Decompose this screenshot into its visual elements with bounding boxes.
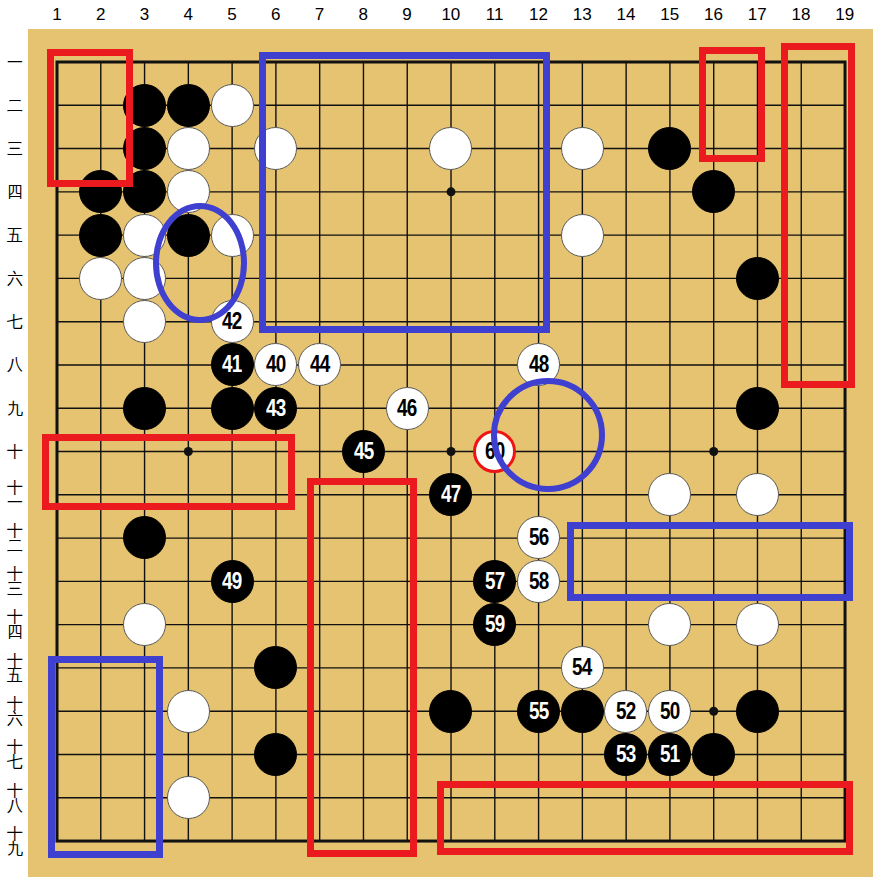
row-label-char: 十 — [7, 696, 23, 711]
column-label: 15 — [648, 0, 692, 28]
stone-move-number: 40 — [266, 351, 285, 378]
row-label-char: 十 — [7, 523, 23, 538]
stone-white[interactable] — [167, 127, 210, 170]
row-label-char: 十 — [7, 566, 23, 581]
row-label-char: 十 — [7, 480, 23, 495]
row-label-char: 七 — [7, 314, 23, 329]
row-label-char: 九 — [7, 841, 23, 856]
row-label: 四 — [0, 170, 30, 213]
stone-black[interactable] — [692, 733, 735, 776]
stone-white[interactable] — [648, 473, 691, 516]
stone-black[interactable] — [123, 516, 166, 559]
stone-white-56[interactable]: 56 — [517, 516, 560, 559]
stone-black-57[interactable]: 57 — [473, 560, 516, 603]
column-label: 3 — [123, 0, 167, 28]
row-label: 五 — [0, 213, 30, 256]
stone-black[interactable] — [736, 690, 779, 733]
column-label: 18 — [779, 0, 823, 28]
stone-black[interactable] — [254, 733, 297, 776]
stone-black[interactable] — [736, 257, 779, 300]
stone-black-53[interactable]: 53 — [604, 733, 647, 776]
stone-move-number: 42 — [222, 308, 241, 335]
row-label: 十九 — [0, 819, 30, 862]
row-label-char: 五 — [7, 228, 23, 243]
stone-black[interactable] — [123, 84, 166, 127]
stone-white[interactable] — [648, 603, 691, 646]
row-label-char: 十 — [7, 444, 23, 459]
stone-move-number: 51 — [660, 741, 679, 768]
column-label: 17 — [735, 0, 779, 28]
row-label: 十 — [0, 430, 30, 473]
column-label: 2 — [79, 0, 123, 28]
stone-white-50[interactable]: 50 — [648, 690, 691, 733]
stone-white-42[interactable]: 42 — [211, 300, 254, 343]
row-label-char: 四 — [7, 184, 23, 199]
stone-black[interactable] — [123, 170, 166, 213]
stone-white[interactable] — [561, 214, 604, 257]
stone-black[interactable] — [123, 127, 166, 170]
column-label: 16 — [692, 0, 736, 28]
row-label: 三 — [0, 127, 30, 170]
stone-black[interactable] — [167, 214, 210, 257]
column-label: 11 — [473, 0, 517, 28]
row-label: 十二 — [0, 516, 30, 559]
column-label: 10 — [429, 0, 473, 28]
stone-move-number: 43 — [266, 395, 285, 422]
stone-white-60[interactable]: 60 — [473, 430, 516, 473]
stone-black[interactable] — [79, 214, 122, 257]
stone-black[interactable] — [429, 690, 472, 733]
stone-black[interactable] — [211, 387, 254, 430]
stone-white[interactable] — [254, 127, 297, 170]
row-label-char: 十 — [7, 609, 23, 624]
row-label: 六 — [0, 257, 30, 300]
row-label: 二 — [0, 84, 30, 127]
row-labels: 一二三四五六七八九十十一十二十三十四十五十六十七十八十九 — [0, 40, 30, 862]
column-label: 14 — [604, 0, 648, 28]
stone-move-number: 60 — [485, 438, 504, 465]
row-label: 八 — [0, 343, 30, 386]
stone-move-number: 44 — [310, 351, 329, 378]
column-label: 9 — [385, 0, 429, 28]
row-label-char: 十 — [7, 783, 23, 798]
row-label-char: 八 — [7, 357, 23, 372]
row-label-char: 九 — [7, 401, 23, 416]
column-label: 4 — [166, 0, 210, 28]
stone-black-51[interactable]: 51 — [648, 733, 691, 776]
stone-white-54[interactable]: 54 — [561, 646, 604, 689]
stone-move-number: 45 — [354, 438, 373, 465]
row-label-char: 五 — [7, 668, 23, 683]
column-label: 13 — [560, 0, 604, 28]
stones-layer[interactable]: 4241404448434645604756495758595455525053… — [35, 40, 867, 862]
stone-black-49[interactable]: 49 — [211, 560, 254, 603]
row-label-char: 四 — [7, 624, 23, 639]
row-label-char: 十 — [7, 739, 23, 754]
stone-move-number: 52 — [616, 698, 635, 725]
row-label-char: 三 — [7, 581, 23, 596]
stone-black[interactable] — [254, 646, 297, 689]
row-label-char: 三 — [7, 141, 23, 156]
stone-move-number: 59 — [485, 611, 504, 638]
stone-black[interactable] — [736, 387, 779, 430]
row-label: 十一 — [0, 473, 30, 516]
stone-black-59[interactable]: 59 — [473, 603, 516, 646]
stone-black[interactable] — [561, 690, 604, 733]
stone-white[interactable] — [561, 127, 604, 170]
stone-white[interactable] — [123, 300, 166, 343]
stone-move-number: 54 — [572, 654, 591, 681]
column-label: 5 — [210, 0, 254, 28]
row-label-char: 八 — [7, 798, 23, 813]
column-label: 6 — [254, 0, 298, 28]
stone-black-41[interactable]: 41 — [211, 343, 254, 386]
stone-move-number: 56 — [529, 524, 548, 551]
row-label-char: 二 — [7, 538, 23, 553]
stone-white[interactable] — [736, 603, 779, 646]
row-label: 七 — [0, 300, 30, 343]
row-label: 十三 — [0, 560, 30, 603]
stone-white[interactable] — [123, 214, 166, 257]
stone-white[interactable] — [167, 776, 210, 819]
row-label-char: 六 — [7, 711, 23, 726]
stone-black-55[interactable]: 55 — [517, 690, 560, 733]
stone-black[interactable] — [79, 170, 122, 213]
stone-white[interactable] — [123, 603, 166, 646]
stone-move-number: 55 — [529, 698, 548, 725]
stone-black[interactable] — [123, 387, 166, 430]
row-label-char: 二 — [7, 98, 23, 113]
row-label-char: 六 — [7, 271, 23, 286]
stone-white[interactable] — [736, 473, 779, 516]
stone-white[interactable] — [167, 690, 210, 733]
stone-move-number: 50 — [660, 698, 679, 725]
stone-white[interactable] — [211, 214, 254, 257]
column-label: 12 — [517, 0, 561, 28]
stone-move-number: 58 — [529, 568, 548, 595]
column-label: 7 — [298, 0, 342, 28]
row-label: 十六 — [0, 689, 30, 732]
stone-black[interactable] — [692, 170, 735, 213]
stone-black-47[interactable]: 47 — [429, 473, 472, 516]
row-label-char: 一 — [7, 55, 23, 70]
row-label: 十四 — [0, 603, 30, 646]
row-label: 九 — [0, 387, 30, 430]
column-labels: 12345678910111213141516171819 — [35, 0, 867, 28]
stone-white[interactable] — [79, 257, 122, 300]
stone-move-number: 48 — [529, 351, 548, 378]
row-label: 十八 — [0, 776, 30, 819]
stone-move-number: 49 — [222, 568, 241, 595]
stone-white-46[interactable]: 46 — [386, 387, 429, 430]
row-label-char: 七 — [7, 754, 23, 769]
stone-white-52[interactable]: 52 — [604, 690, 647, 733]
stone-black-45[interactable]: 45 — [342, 430, 385, 473]
stone-move-number: 41 — [222, 351, 241, 378]
stone-white[interactable] — [211, 84, 254, 127]
row-label-char: 十 — [7, 653, 23, 668]
stone-move-number: 57 — [485, 568, 504, 595]
stone-white-44[interactable]: 44 — [298, 343, 341, 386]
stone-move-number: 53 — [616, 741, 635, 768]
stone-black[interactable] — [167, 84, 210, 127]
stone-white-58[interactable]: 58 — [517, 560, 560, 603]
stone-black-43[interactable]: 43 — [254, 387, 297, 430]
stone-white[interactable] — [429, 127, 472, 170]
stone-black[interactable] — [648, 127, 691, 170]
row-label: 一 — [0, 40, 30, 83]
column-label: 1 — [35, 0, 79, 28]
row-label-char: 一 — [7, 495, 23, 510]
column-label: 19 — [823, 0, 867, 28]
stone-white-48[interactable]: 48 — [517, 343, 560, 386]
go-diagram: 4241404448434645604756495758595455525053… — [0, 0, 873, 877]
stone-move-number: 47 — [441, 481, 460, 508]
column-label: 8 — [341, 0, 385, 28]
row-label: 十七 — [0, 733, 30, 776]
stone-white-40[interactable]: 40 — [254, 343, 297, 386]
row-label: 十五 — [0, 646, 30, 689]
stone-move-number: 46 — [397, 395, 416, 422]
stone-white[interactable] — [123, 257, 166, 300]
row-label-char: 十 — [7, 826, 23, 841]
stone-white[interactable] — [167, 170, 210, 213]
